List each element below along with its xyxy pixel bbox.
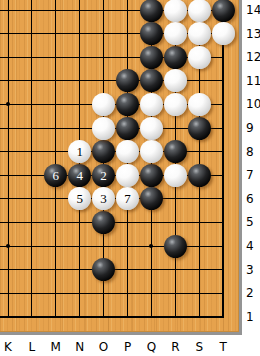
grid-line-col-K [8, 0, 9, 318]
grid-line-col-T [222, 0, 224, 318]
stone-black-R8[interactable] [164, 140, 187, 163]
move-number-5: 5 [76, 192, 83, 205]
stone-black-P11[interactable] [116, 69, 139, 92]
go-board[interactable]: 6421537 [0, 0, 239, 332]
stone-white-P8[interactable] [116, 140, 139, 163]
move-number-6: 6 [53, 169, 60, 182]
coordinate-label-row-7: 7 [246, 168, 254, 182]
stone-white-O9[interactable] [92, 117, 115, 140]
coordinate-label-col-T: T [219, 340, 226, 354]
stone-white-S12[interactable] [188, 46, 211, 69]
coordinate-label-row-12: 12 [246, 50, 260, 64]
stone-white-Q9[interactable] [140, 117, 163, 140]
stone-white-Q8[interactable] [140, 140, 163, 163]
grid-line-row-4 [0, 246, 224, 247]
coordinate-label-row-2: 2 [246, 286, 254, 300]
go-board-panel: 6421537 KLMNOPQRST1234567891011121314 [0, 0, 260, 356]
stone-white-T13[interactable] [212, 22, 235, 45]
move-number-3: 3 [100, 192, 107, 205]
stone-black-P9[interactable] [116, 117, 139, 140]
stone-black-Q12[interactable] [140, 46, 163, 69]
stone-black-R12[interactable] [164, 46, 187, 69]
stone-black-Q7[interactable] [140, 164, 163, 187]
stone-white-R7[interactable] [164, 164, 187, 187]
coordinate-label-col-S: S [195, 340, 203, 354]
stone-black-O8[interactable] [92, 140, 115, 163]
coordinate-label-col-Q: Q [147, 340, 156, 354]
coordinate-label-row-14: 14 [246, 3, 260, 17]
stone-black-Q11[interactable] [140, 69, 163, 92]
grid-line-row-11 [0, 80, 224, 81]
coordinate-label-col-P: P [124, 340, 131, 354]
board-separator-horizontal [0, 332, 242, 335]
coordinate-label-row-9: 9 [246, 121, 254, 135]
stone-white-R10[interactable] [164, 93, 187, 116]
coordinate-label-row-11: 11 [246, 74, 260, 88]
stone-white-R11[interactable] [164, 69, 187, 92]
move-number-1: 1 [76, 145, 83, 158]
stone-white-Q10[interactable] [140, 93, 163, 116]
grid-line-col-L [31, 0, 32, 318]
stone-black-R4[interactable] [164, 235, 187, 258]
stone-white-S13[interactable] [188, 22, 211, 45]
star-point-K10 [6, 102, 10, 106]
star-point-Q4 [149, 244, 153, 248]
coordinate-label-col-M: M [51, 340, 61, 354]
star-point-K4 [6, 244, 10, 248]
coordinate-label-row-5: 5 [246, 215, 254, 229]
stone-black-Q14[interactable] [140, 0, 163, 22]
coordinate-label-col-L: L [29, 340, 36, 354]
coordinate-label-row-8: 8 [246, 145, 254, 159]
stone-white-O10[interactable] [92, 93, 115, 116]
stone-black-T14[interactable] [212, 0, 235, 22]
stone-black-M7[interactable]: 6 [44, 164, 67, 187]
stone-black-N7[interactable]: 4 [68, 164, 91, 187]
grid-line-row-1 [0, 316, 224, 318]
stone-black-P10[interactable] [116, 93, 139, 116]
stone-white-N8[interactable]: 1 [68, 140, 91, 163]
stone-black-S7[interactable] [188, 164, 211, 187]
stone-white-R13[interactable] [164, 22, 187, 45]
stone-black-O7[interactable]: 2 [92, 164, 115, 187]
grid-line-row-2 [0, 293, 224, 294]
coordinate-label-row-1: 1 [246, 310, 254, 324]
coordinate-label-col-N: N [75, 340, 84, 354]
stone-black-Q13[interactable] [140, 22, 163, 45]
coordinate-label-col-O: O [99, 340, 108, 354]
stone-white-P7[interactable] [116, 164, 139, 187]
coordinate-label-row-13: 13 [246, 27, 260, 41]
move-number-4: 4 [76, 169, 83, 182]
stone-black-O5[interactable] [92, 211, 115, 234]
move-number-2: 2 [100, 169, 107, 182]
grid-line-col-M [55, 0, 56, 318]
stone-black-Q6[interactable] [140, 187, 163, 210]
coordinate-label-row-3: 3 [246, 263, 254, 277]
coordinate-label-col-K: K [4, 340, 12, 354]
stone-black-S9[interactable] [188, 117, 211, 140]
coordinate-label-row-6: 6 [246, 192, 254, 206]
move-number-7: 7 [124, 192, 131, 205]
stone-white-N6[interactable]: 5 [68, 187, 91, 210]
coordinate-label-row-10: 10 [246, 97, 260, 111]
stone-white-S14[interactable] [188, 0, 211, 22]
coordinate-label-row-4: 4 [246, 239, 254, 253]
board-separator-vertical [239, 0, 242, 335]
coordinate-label-col-R: R [171, 340, 179, 354]
stone-white-R14[interactable] [164, 0, 187, 22]
stone-black-O3[interactable] [92, 258, 115, 281]
stone-white-S10[interactable] [188, 93, 211, 116]
stone-white-P6[interactable]: 7 [116, 187, 139, 210]
stone-white-O6[interactable]: 3 [92, 187, 115, 210]
